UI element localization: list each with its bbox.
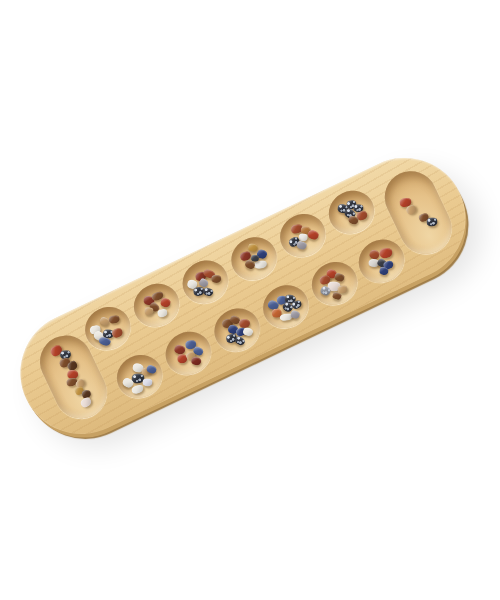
pit-lower-2[interactable]	[158, 324, 218, 382]
pit-lower-1[interactable]	[110, 348, 170, 406]
stone-redbrown	[110, 326, 124, 339]
stone-gray	[296, 240, 308, 250]
pit-lower-3[interactable]	[207, 301, 267, 359]
pit-lower-4[interactable]	[256, 278, 316, 336]
stone-brown	[211, 275, 221, 283]
stone-brown	[108, 314, 120, 324]
stone-whiteblue	[143, 378, 153, 386]
mancala-board	[0, 138, 486, 455]
stone-dark	[251, 254, 259, 261]
stone-darkspeck	[425, 217, 437, 227]
stone-white	[242, 327, 253, 337]
stone-whitepink	[78, 395, 92, 409]
pit-upper-5[interactable]	[273, 207, 333, 265]
pit-upper-1[interactable]	[78, 300, 138, 358]
stone-redbrown	[239, 318, 250, 327]
pit-upper-3[interactable]	[175, 253, 235, 311]
stone-tan	[144, 307, 153, 315]
stone-red	[160, 296, 172, 307]
stone-white	[157, 308, 169, 318]
pit-upper-4[interactable]	[224, 230, 284, 288]
pit-upper-6[interactable]	[322, 183, 382, 241]
stone-darkspeck	[234, 335, 247, 347]
pit-upper-2[interactable]	[127, 276, 187, 334]
stone-darkspeck	[202, 287, 214, 297]
stone-lapis	[378, 266, 388, 275]
stone-darkred	[191, 356, 202, 366]
pit-lower-5[interactable]	[305, 255, 365, 313]
mancala-scene	[0, 0, 500, 600]
